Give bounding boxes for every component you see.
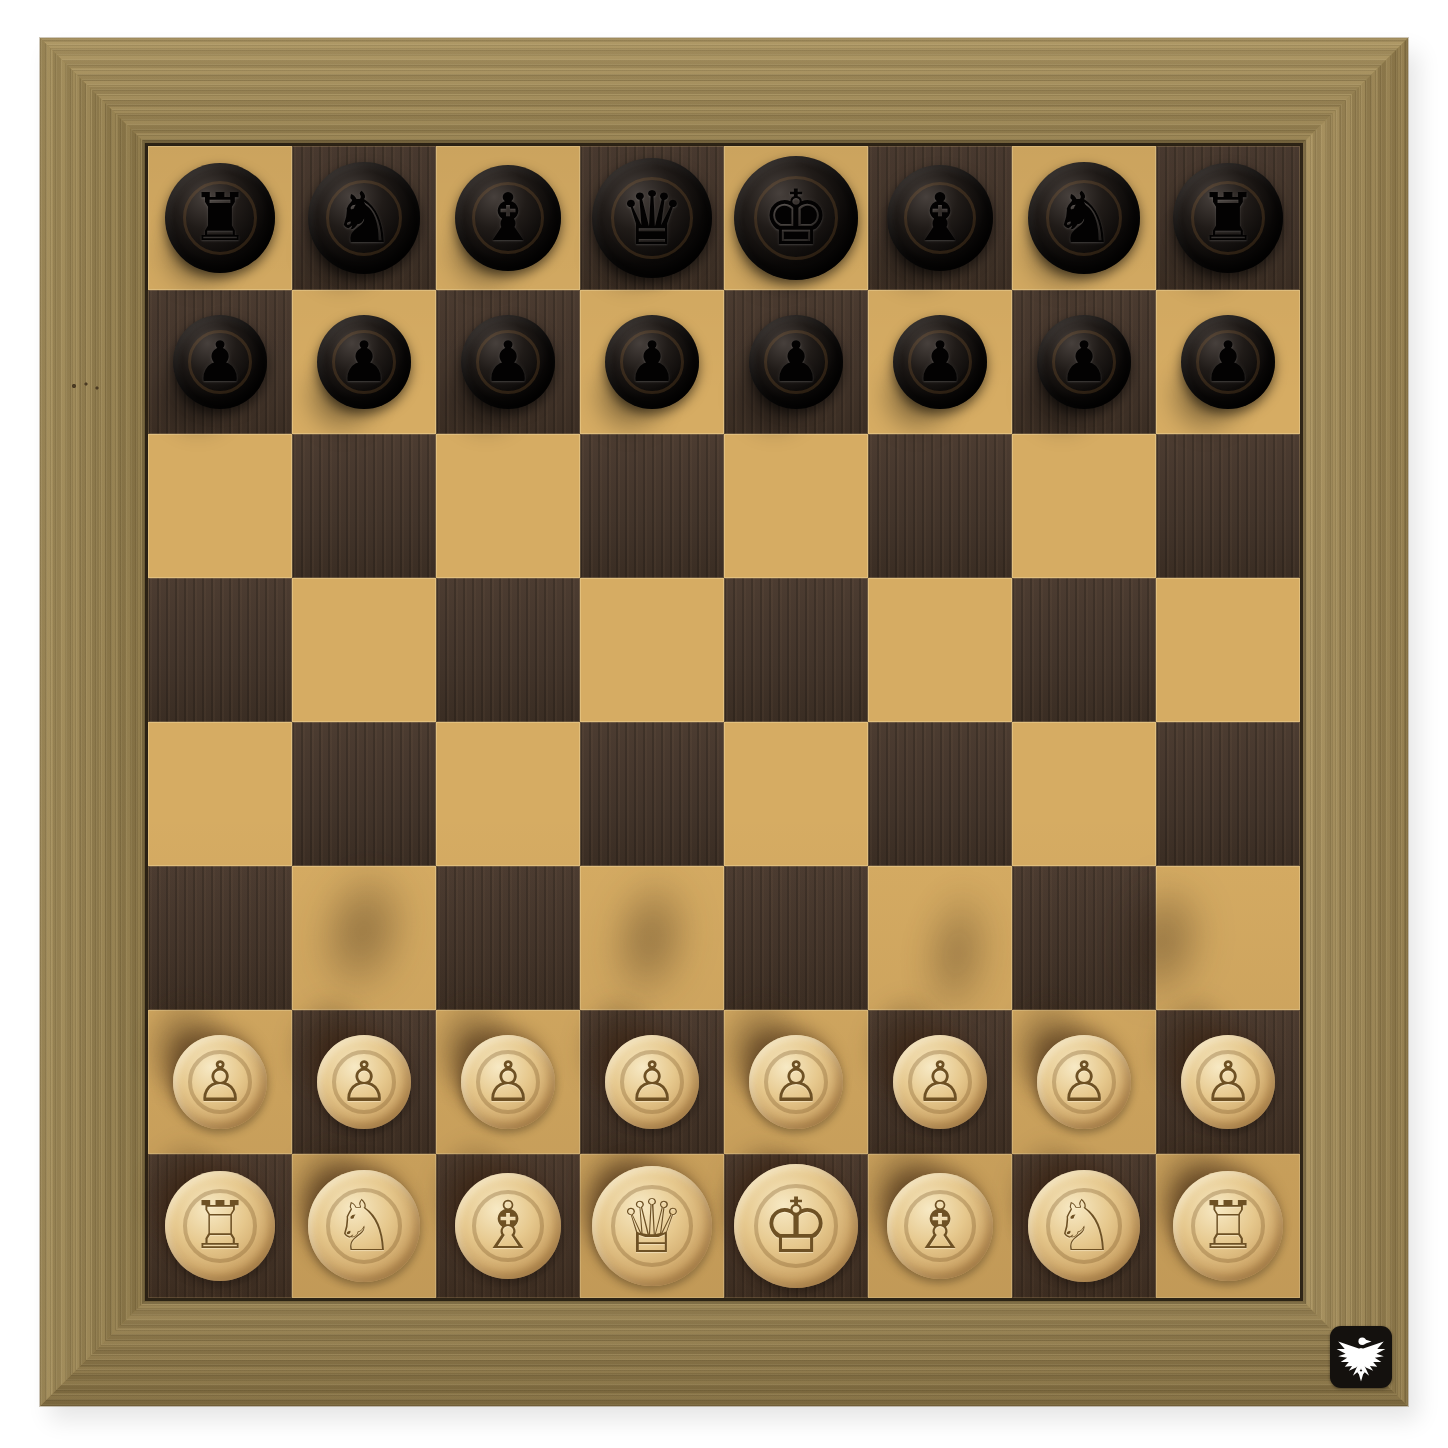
square-e5[interactable] (724, 578, 868, 722)
square-h8[interactable]: ♜ (1156, 146, 1300, 290)
board-frame-bottom (40, 1298, 1408, 1406)
square-f7[interactable]: ♟ (868, 290, 1012, 434)
piece-glyph: ♝ (478, 185, 537, 251)
square-h7[interactable]: ♟ (1156, 290, 1300, 434)
piece-disc: ♟ (461, 315, 555, 409)
playing-field: ♜♞♝♛♚♝♞♜♟♟♟♟♟♟♟♟♙♙♙♙♙♙♙♙♖♘♗♕♔♗♘♖ (148, 146, 1300, 1298)
piece-glyph: ♟ (1059, 334, 1109, 390)
square-d8[interactable]: ♛ (580, 146, 724, 290)
square-c4[interactable] (436, 722, 580, 866)
piece-disc: ♟ (605, 315, 699, 409)
square-f8[interactable]: ♝ (868, 146, 1012, 290)
piece-glyph: ♟ (627, 334, 677, 390)
square-g4[interactable] (1012, 722, 1156, 866)
piece-glyph: ♙ (915, 1054, 965, 1110)
square-g7[interactable]: ♟ (1012, 290, 1156, 434)
square-f6[interactable] (868, 434, 1012, 578)
piece-glyph: ♙ (483, 1054, 533, 1110)
black-bishop[interactable]: ♝ (868, 146, 1012, 290)
square-a5[interactable] (148, 578, 292, 722)
square-g5[interactable] (1012, 578, 1156, 722)
black-pawn[interactable]: ♟ (148, 290, 292, 434)
square-h6[interactable] (1156, 434, 1300, 578)
piece-disc: ♟ (317, 315, 411, 409)
piece-glyph: ♝ (910, 185, 969, 251)
piece-glyph: ♕ (619, 1189, 685, 1263)
piece-glyph: ♙ (1203, 1054, 1253, 1110)
square-b8[interactable]: ♞ (292, 146, 436, 290)
piece-glyph: ♟ (771, 334, 821, 390)
white-rook[interactable]: ♖ (1156, 1154, 1300, 1298)
square-d6[interactable] (580, 434, 724, 578)
square-g6[interactable] (1012, 434, 1156, 578)
black-rook[interactable]: ♜ (1156, 146, 1300, 290)
square-h4[interactable] (1156, 722, 1300, 866)
piece-glyph: ♙ (195, 1054, 245, 1110)
square-b6[interactable] (292, 434, 436, 578)
piece-glyph: ♗ (478, 1193, 537, 1259)
piece-glyph: ♟ (483, 334, 533, 390)
square-a6[interactable] (148, 434, 292, 578)
piece-glyph: ♔ (762, 1188, 830, 1264)
piece-disc: ♟ (749, 315, 843, 409)
piece-disc: ♕ (592, 1166, 712, 1286)
square-d4[interactable] (580, 722, 724, 866)
black-queen[interactable]: ♛ (580, 146, 724, 290)
square-b4[interactable] (292, 722, 436, 866)
piece-disc: ♗ (455, 1173, 561, 1279)
square-h5[interactable] (1156, 578, 1300, 722)
square-c8[interactable]: ♝ (436, 146, 580, 290)
black-pawn[interactable]: ♟ (724, 290, 868, 434)
black-pawn[interactable]: ♟ (868, 290, 1012, 434)
piece-glyph: ♟ (1203, 334, 1253, 390)
piece-glyph: ♘ (1053, 1191, 1116, 1261)
piece-disc: ♖ (1173, 1171, 1283, 1281)
square-a4[interactable] (148, 722, 292, 866)
piece-disc: ♟ (1037, 315, 1131, 409)
piece-glyph: ♙ (339, 1054, 389, 1110)
square-c6[interactable] (436, 434, 580, 578)
piece-disc: ♔ (734, 1164, 858, 1288)
square-e4[interactable] (724, 722, 868, 866)
piece-glyph: ♙ (627, 1054, 677, 1110)
square-b7[interactable]: ♟ (292, 290, 436, 434)
piece-disc: ♜ (1173, 163, 1283, 273)
piece-disc: ♝ (455, 165, 561, 271)
piece-glyph: ♜ (190, 185, 249, 251)
square-e6[interactable] (724, 434, 868, 578)
square-d7[interactable]: ♟ (580, 290, 724, 434)
square-f5[interactable] (868, 578, 1012, 722)
piece-glyph: ♘ (333, 1191, 396, 1261)
square-e8[interactable]: ♚ (724, 146, 868, 290)
piece-disc: ♛ (592, 158, 712, 278)
piece-disc: ♟ (1181, 315, 1275, 409)
piece-glyph: ♞ (333, 183, 396, 253)
piece-disc: ♟ (173, 315, 267, 409)
black-pawn[interactable]: ♟ (292, 290, 436, 434)
piece-glyph: ♞ (1053, 183, 1116, 253)
maker-logo-badge (1330, 1326, 1392, 1388)
piece-glyph: ♚ (762, 180, 830, 256)
square-c5[interactable] (436, 578, 580, 722)
square-b5[interactable] (292, 578, 436, 722)
black-pawn[interactable]: ♟ (1012, 290, 1156, 434)
board-frame-right (1300, 38, 1408, 1406)
black-pawn[interactable]: ♟ (1156, 290, 1300, 434)
chess-board-photo: ♜♞♝♛♚♝♞♜♟♟♟♟♟♟♟♟♙♙♙♙♙♙♙♙♖♘♗♕♔♗♘♖ (0, 0, 1448, 1448)
piece-disc: ♚ (734, 156, 858, 280)
square-a7[interactable]: ♟ (148, 290, 292, 434)
piece-glyph: ♜ (1198, 185, 1257, 251)
black-pawn[interactable]: ♟ (436, 290, 580, 434)
piece-disc: ♜ (165, 163, 275, 273)
piece-glyph: ♟ (195, 334, 245, 390)
piece-disc: ♗ (887, 1173, 993, 1279)
piece-glyph: ♙ (1059, 1054, 1109, 1110)
piece-disc: ♘ (1028, 1170, 1140, 1282)
black-knight[interactable]: ♞ (1012, 146, 1156, 290)
piece-disc: ♞ (308, 162, 420, 274)
piece-disc: ♝ (887, 165, 993, 271)
black-bishop[interactable]: ♝ (436, 146, 580, 290)
piece-glyph: ♟ (339, 334, 389, 390)
piece-glyph: ♖ (1198, 1193, 1257, 1259)
chess-board: ♜♞♝♛♚♝♞♜♟♟♟♟♟♟♟♟♙♙♙♙♙♙♙♙♖♘♗♕♔♗♘♖ (40, 38, 1408, 1406)
black-knight[interactable]: ♞ (292, 146, 436, 290)
square-e7[interactable]: ♟ (724, 290, 868, 434)
piece-glyph: ♛ (619, 181, 685, 255)
piece-glyph: ♟ (915, 334, 965, 390)
piece-glyph: ♖ (190, 1193, 249, 1259)
black-rook[interactable]: ♜ (148, 146, 292, 290)
square-a8[interactable]: ♜ (148, 146, 292, 290)
piece-glyph: ♙ (771, 1054, 821, 1110)
square-h1[interactable]: ♖ (1156, 1154, 1300, 1298)
piece-disc: ♘ (308, 1170, 420, 1282)
board-frame-top (40, 38, 1408, 146)
piece-disc: ♟ (893, 315, 987, 409)
piece-glyph: ♗ (910, 1193, 969, 1259)
piece-disc: ♞ (1028, 162, 1140, 274)
wood-knots (68, 376, 108, 396)
black-pawn[interactable]: ♟ (580, 290, 724, 434)
square-g8[interactable]: ♞ (1012, 146, 1156, 290)
square-c7[interactable]: ♟ (436, 290, 580, 434)
square-d5[interactable] (580, 578, 724, 722)
piece-disc: ♖ (165, 1171, 275, 1281)
black-king[interactable]: ♚ (724, 146, 868, 290)
square-f4[interactable] (868, 722, 1012, 866)
eagle-logo-icon (1335, 1331, 1387, 1383)
